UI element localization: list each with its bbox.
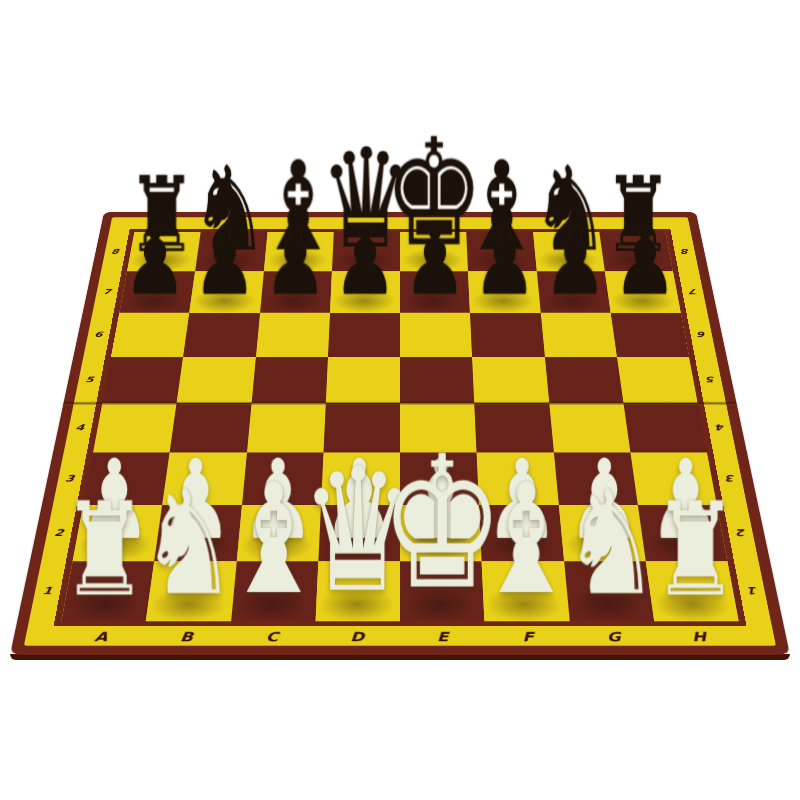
rank-label-1-right: 1 bbox=[747, 585, 759, 596]
rank-label-3-right: 3 bbox=[725, 473, 736, 483]
square-h6[interactable] bbox=[611, 313, 689, 357]
piece-black-pawn-a7[interactable]: ♟ bbox=[123, 214, 187, 308]
squares-grid: ♜♞♝♛♚♝♞♜♟♟♟♟♟♟♟♟♟♟♟♟♟♟♟♟♜♞♝♛♚♝♞♜ bbox=[53, 229, 746, 626]
rank-label-7-right: 7 bbox=[688, 288, 697, 296]
rank-label-5-right: 5 bbox=[706, 375, 716, 384]
square-b5[interactable] bbox=[177, 357, 256, 404]
square-e5[interactable] bbox=[400, 357, 474, 404]
piece-black-pawn-d7[interactable]: ♟ bbox=[333, 214, 397, 308]
rank-label-8-left: 8 bbox=[110, 248, 119, 255]
piece-black-pawn-f7[interactable]: ♟ bbox=[473, 214, 537, 308]
piece-black-pawn-c7[interactable]: ♟ bbox=[263, 214, 327, 308]
square-f5[interactable] bbox=[472, 357, 549, 404]
square-d6[interactable] bbox=[328, 313, 400, 357]
rank-label-8-right: 8 bbox=[681, 248, 690, 255]
board-fold-seam bbox=[63, 401, 737, 405]
piece-black-pawn-g7[interactable]: ♟ bbox=[543, 214, 607, 308]
square-c7[interactable]: ♟ bbox=[260, 271, 332, 312]
chessboard: ABCDEFGH 87654321 87654321 ♜♞♝♛♚♝♞♜♟♟♟♟♟… bbox=[10, 212, 790, 655]
square-e6[interactable] bbox=[400, 313, 472, 357]
rank-label-6-right: 6 bbox=[697, 330, 707, 338]
square-g7[interactable]: ♟ bbox=[536, 271, 610, 312]
square-e1[interactable]: ♚ bbox=[400, 561, 485, 621]
square-h7[interactable]: ♟ bbox=[605, 271, 681, 312]
piece-white-rook-h1[interactable]: ♜ bbox=[651, 486, 739, 615]
square-f6[interactable] bbox=[470, 313, 544, 357]
square-g6[interactable] bbox=[540, 313, 616, 357]
rank-label-7-left: 7 bbox=[102, 288, 111, 296]
square-c5[interactable] bbox=[251, 357, 328, 404]
square-a7[interactable]: ♟ bbox=[119, 271, 195, 312]
piece-white-knight-g1[interactable]: ♞ bbox=[562, 470, 660, 615]
square-f7[interactable]: ♟ bbox=[468, 271, 540, 312]
square-e7[interactable]: ♟ bbox=[400, 271, 470, 312]
square-h5[interactable] bbox=[617, 357, 698, 404]
rank-label-4-left: 4 bbox=[75, 423, 85, 432]
rank-label-2-right: 2 bbox=[736, 527, 747, 538]
rank-label-1-left: 1 bbox=[41, 585, 53, 596]
square-b6[interactable] bbox=[183, 313, 259, 357]
square-a6[interactable] bbox=[111, 313, 189, 357]
square-h1[interactable]: ♜ bbox=[646, 561, 739, 621]
rank-label-4-right: 4 bbox=[715, 423, 725, 432]
piece-black-pawn-e7[interactable]: ♟ bbox=[403, 214, 467, 308]
piece-black-pawn-b7[interactable]: ♟ bbox=[193, 214, 257, 308]
square-g5[interactable] bbox=[544, 357, 623, 404]
piece-white-rook-a1[interactable]: ♜ bbox=[61, 486, 149, 615]
square-g1[interactable]: ♞ bbox=[564, 561, 654, 621]
square-f1[interactable]: ♝ bbox=[482, 561, 569, 621]
photo-background: ABCDEFGH 87654321 87654321 ♜♞♝♛♚♝♞♜♟♟♟♟♟… bbox=[0, 0, 800, 800]
square-d5[interactable] bbox=[326, 357, 400, 404]
square-d7[interactable]: ♟ bbox=[330, 271, 400, 312]
square-b7[interactable]: ♟ bbox=[189, 271, 263, 312]
rank-label-5-left: 5 bbox=[84, 375, 94, 384]
square-a5[interactable] bbox=[102, 357, 183, 404]
rank-label-6-left: 6 bbox=[93, 330, 103, 338]
square-c6[interactable] bbox=[256, 313, 330, 357]
piece-black-pawn-h7[interactable]: ♟ bbox=[613, 214, 677, 308]
